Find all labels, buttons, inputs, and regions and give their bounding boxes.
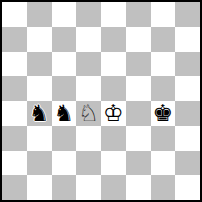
piece-white-king: ♔: [103, 102, 124, 125]
square-d7[interactable]: [76, 27, 101, 52]
square-a3[interactable]: [2, 126, 27, 151]
square-a7[interactable]: [2, 27, 27, 52]
square-a6[interactable]: [2, 52, 27, 77]
square-e6[interactable]: [101, 52, 126, 77]
square-h8[interactable]: [175, 2, 200, 27]
square-e7[interactable]: [101, 27, 126, 52]
square-g7[interactable]: [151, 27, 176, 52]
square-g5[interactable]: [151, 76, 176, 101]
piece-black-knight: ♞: [29, 102, 50, 125]
square-c7[interactable]: [52, 27, 77, 52]
piece-white-knight: ♘: [78, 102, 99, 125]
square-e8[interactable]: [101, 2, 126, 27]
square-h1[interactable]: [175, 175, 200, 200]
square-f8[interactable]: [126, 2, 151, 27]
square-g8[interactable]: [151, 2, 176, 27]
square-e5[interactable]: [101, 76, 126, 101]
square-b6[interactable]: [27, 52, 52, 77]
square-c3[interactable]: [52, 126, 77, 151]
square-e4[interactable]: ♔: [101, 101, 126, 126]
square-d4[interactable]: ♘: [76, 101, 101, 126]
square-c6[interactable]: [52, 52, 77, 77]
square-b7[interactable]: [27, 27, 52, 52]
square-d2[interactable]: [76, 151, 101, 176]
square-c8[interactable]: [52, 2, 77, 27]
square-g3[interactable]: [151, 126, 176, 151]
square-f3[interactable]: [126, 126, 151, 151]
square-f2[interactable]: [126, 151, 151, 176]
square-f4[interactable]: [126, 101, 151, 126]
square-b1[interactable]: [27, 175, 52, 200]
square-h7[interactable]: [175, 27, 200, 52]
square-e1[interactable]: [101, 175, 126, 200]
square-c4[interactable]: ♞: [52, 101, 77, 126]
square-f7[interactable]: [126, 27, 151, 52]
square-c5[interactable]: [52, 76, 77, 101]
square-b8[interactable]: [27, 2, 52, 27]
square-b2[interactable]: [27, 151, 52, 176]
square-h5[interactable]: [175, 76, 200, 101]
square-c2[interactable]: [52, 151, 77, 176]
square-b4[interactable]: ♞: [27, 101, 52, 126]
square-g4[interactable]: ♚: [151, 101, 176, 126]
square-a2[interactable]: [2, 151, 27, 176]
square-c1[interactable]: [52, 175, 77, 200]
piece-black-king: ♚: [153, 102, 174, 125]
square-g6[interactable]: [151, 52, 176, 77]
square-a8[interactable]: [2, 2, 27, 27]
square-g1[interactable]: [151, 175, 176, 200]
square-f5[interactable]: [126, 76, 151, 101]
square-g2[interactable]: [151, 151, 176, 176]
square-d1[interactable]: [76, 175, 101, 200]
square-e3[interactable]: [101, 126, 126, 151]
square-d8[interactable]: [76, 2, 101, 27]
square-h6[interactable]: [175, 52, 200, 77]
square-a1[interactable]: [2, 175, 27, 200]
piece-black-knight: ♞: [54, 102, 75, 125]
square-d3[interactable]: [76, 126, 101, 151]
square-h4[interactable]: [175, 101, 200, 126]
square-a5[interactable]: [2, 76, 27, 101]
square-h2[interactable]: [175, 151, 200, 176]
square-a4[interactable]: [2, 101, 27, 126]
square-e2[interactable]: [101, 151, 126, 176]
square-d6[interactable]: [76, 52, 101, 77]
square-h3[interactable]: [175, 126, 200, 151]
square-b5[interactable]: [27, 76, 52, 101]
square-f1[interactable]: [126, 175, 151, 200]
chess-board: ♞♞♘♔♚: [0, 0, 202, 202]
square-b3[interactable]: [27, 126, 52, 151]
square-f6[interactable]: [126, 52, 151, 77]
square-d5[interactable]: [76, 76, 101, 101]
